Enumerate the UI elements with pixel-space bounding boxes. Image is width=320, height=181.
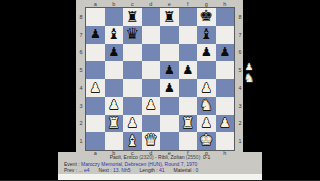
rank-label-5: 5 [77,61,85,79]
file-label-c: c [123,1,142,8]
rank-label-7: 7 [77,26,85,44]
square-a4[interactable]: ♟ [86,79,105,97]
black-pawn-a7: ♟ [90,28,101,41]
square-g2[interactable]: ♟ [197,115,216,133]
black-player-name: Ribli, Zoltan [158,154,184,160]
square-g3[interactable]: ♞ [197,97,216,115]
players-separator: - [155,154,157,160]
square-c7[interactable]: ♛ [123,26,142,44]
square-f4[interactable] [179,79,198,97]
black-bishop-g7: ♝ [200,27,213,42]
white-rook-b2: ♜ [107,116,120,131]
rank-label-3: 3 [77,97,85,115]
rank-label-2: 2 [236,115,244,133]
rank-label-6: 6 [236,44,244,62]
black-queen-c7: ♛ [125,27,139,43]
square-e7[interactable] [160,26,179,44]
square-h8[interactable] [216,8,235,26]
black-bishop-b7: ♝ [107,27,120,42]
square-g5[interactable] [197,61,216,79]
file-label-b: b [105,1,124,8]
square-g8[interactable]: ♚ [197,8,216,26]
black-rook-e8: ♜ [163,10,176,25]
tray-white-knight: ♞ [244,72,255,84]
white-bishop-c1: ♝ [126,134,139,149]
square-h4[interactable] [216,79,235,97]
square-h1[interactable] [216,132,235,150]
white-player-name: Paoli, Enrico [110,154,138,160]
square-c1[interactable]: ♝ [123,132,142,150]
viewer-window: abcdefgh 87654321 87654321 ♜♜♚♟♝♛♝♟♟♟♟♟♟… [58,0,262,180]
rank-labels-left: 87654321 [77,8,85,150]
video-frame: abcdefgh 87654321 87654321 ♜♜♚♟♝♛♝♟♟♟♟♟♟… [0,0,320,180]
players-line: Paoli, Enrico (2320) - Ribli, Zoltan (25… [58,154,262,160]
square-a2[interactable] [86,115,105,133]
square-a8[interactable] [86,8,105,26]
square-a5[interactable] [86,61,105,79]
square-c3[interactable] [123,97,142,115]
caption-panel: Paoli, Enrico (2320) - Ribli, Zoltan (25… [58,154,262,174]
square-h6[interactable]: ♟ [216,44,235,62]
info-value-0: ... e4 [78,167,89,173]
square-g6[interactable]: ♟ [197,44,216,62]
square-e2[interactable] [160,115,179,133]
event-link[interactable]: Maroczy Memorial, Debrecen (HUN), Round … [81,161,197,167]
square-b3[interactable]: ♟ [105,97,124,115]
square-d8[interactable] [142,8,161,26]
black-rook-c8: ♜ [126,10,139,25]
rank-label-7: 7 [236,26,244,44]
square-d5[interactable] [142,61,161,79]
square-a3[interactable] [86,97,105,115]
rank-label-8: 8 [236,8,244,26]
white-king-g1: ♚ [199,133,213,149]
tray-white-pawn: ♟ [245,62,254,72]
black-king-g8: ♚ [199,9,213,25]
square-f2[interactable]: ♜ [179,115,198,133]
white-knight-g3: ♞ [200,98,213,113]
white-pawn-d3: ♟ [145,99,156,112]
square-f6[interactable] [179,44,198,62]
square-e8[interactable]: ♜ [160,8,179,26]
square-h2[interactable]: ♟ [216,115,235,133]
pillarbox-left [58,0,76,152]
game-result: 0-1 [203,154,210,160]
square-a7[interactable]: ♟ [86,26,105,44]
black-pawn-h6: ♟ [219,46,230,59]
rank-label-8: 8 [77,8,85,26]
info-line: Prev : ... e4Next : 13. Nh5Length : 41Ma… [58,167,262,173]
white-rook-f2: ♜ [181,116,194,131]
file-label-f: f [179,1,198,8]
square-c8[interactable]: ♜ [123,8,142,26]
rank-label-6: 6 [77,44,85,62]
square-e4[interactable]: ♟ [160,79,179,97]
info-value-2: 41 [159,167,165,173]
rank-label-1: 1 [236,132,244,150]
file-label-d: d [142,1,161,8]
square-b7[interactable]: ♝ [105,26,124,44]
square-e5[interactable]: ♟ [160,61,179,79]
black-pawn-b6: ♟ [108,46,119,59]
white-pawn-a4: ♟ [90,82,101,95]
file-label-h: h [216,1,235,8]
info-token-2: Length : 41 [140,167,165,173]
white-pawn-g4: ♟ [201,82,212,95]
info-label-3: Material : [174,167,196,173]
event-label: Event : [64,161,80,167]
square-c6[interactable] [123,44,142,62]
info-value-1: 13. Nh5 [113,167,131,173]
rank-label-1: 1 [77,132,85,150]
square-d6[interactable] [142,44,161,62]
square-c5[interactable] [123,61,142,79]
square-d3[interactable]: ♟ [142,97,161,115]
black-player-rating: (2550) [186,154,200,160]
square-f5[interactable]: ♟ [179,61,198,79]
captured-pieces-tray: ♟♞ [238,62,260,84]
square-b4[interactable] [105,79,124,97]
square-b1[interactable] [105,132,124,150]
square-g1[interactable]: ♚ [197,132,216,150]
info-token-0: Prev : ... e4 [64,167,90,173]
square-b6[interactable]: ♟ [105,44,124,62]
info-label-0: Prev : [64,167,78,173]
white-queen-d1: ♛ [144,133,158,149]
square-d7[interactable] [142,26,161,44]
file-label-e: e [160,1,179,8]
square-h3[interactable] [216,97,235,115]
square-f8[interactable] [179,8,198,26]
square-f7[interactable] [179,26,198,44]
square-b5[interactable] [105,61,124,79]
black-pawn-g6: ♟ [201,46,212,59]
square-e3[interactable] [160,97,179,115]
black-pawn-f5: ♟ [182,64,193,77]
white-pawn-c2: ♟ [127,117,138,130]
file-labels-top: abcdefgh [86,1,234,8]
square-c4[interactable] [123,79,142,97]
square-d2[interactable] [142,115,161,133]
black-pawn-e4: ♟ [164,82,175,95]
info-label-2: Length : [140,167,159,173]
info-token-3: Material : 0 [174,167,199,173]
square-a6[interactable] [86,44,105,62]
file-label-g: g [197,1,216,8]
chess-board: ♜♜♚♟♝♛♝♟♟♟♟♟♟♟♟♟♟♞♜♟♜♟♟♝♛♚ [86,8,234,150]
info-token-1: Next : 13. Nh5 [99,167,131,173]
square-e6[interactable] [160,44,179,62]
square-b8[interactable] [105,8,124,26]
square-h5[interactable] [216,61,235,79]
square-h7[interactable] [216,26,235,44]
square-e1[interactable] [160,132,179,150]
black-pawn-e5: ♟ [164,64,175,77]
info-value-3: 0 [196,167,199,173]
square-f1[interactable] [179,132,198,150]
white-pawn-h2: ♟ [219,117,230,130]
white-pawn-g2: ♟ [201,117,212,130]
info-label-1: Next : [99,167,113,173]
rank-label-2: 2 [77,115,85,133]
rank-label-4: 4 [77,79,85,97]
white-player-rating: (2320) [139,154,153,160]
square-g4[interactable]: ♟ [197,79,216,97]
square-a1[interactable] [86,132,105,150]
square-c2[interactable]: ♟ [123,115,142,133]
square-d4[interactable] [142,79,161,97]
square-f3[interactable] [179,97,198,115]
caption-footer-strip [58,174,262,181]
rank-label-3: 3 [236,97,244,115]
square-b2[interactable]: ♜ [105,115,124,133]
square-d1[interactable]: ♛ [142,132,161,150]
white-pawn-b3: ♟ [108,99,119,112]
file-label-a: a [86,1,105,8]
square-g7[interactable]: ♝ [197,26,216,44]
event-line: Event : Maroczy Memorial, Debrecen (HUN)… [58,161,262,167]
